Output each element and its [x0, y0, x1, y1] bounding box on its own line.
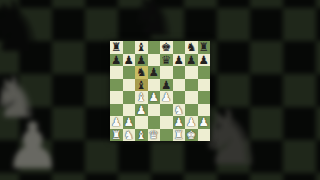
- square-g1[interactable]: ♚: [185, 129, 198, 142]
- white-pawn[interactable]: ♟: [198, 116, 211, 129]
- square-g6[interactable]: [185, 66, 198, 79]
- square-c6[interactable]: ♞: [135, 66, 148, 79]
- white-pawn[interactable]: ♟: [185, 116, 198, 129]
- white-pawn[interactable]: ♟: [123, 116, 136, 129]
- square-d6[interactable]: ♟: [148, 66, 161, 79]
- square-f8[interactable]: [173, 41, 186, 54]
- square-g2[interactable]: ♟: [185, 116, 198, 129]
- black-queen[interactable]: ♛: [160, 54, 173, 67]
- square-f5[interactable]: [173, 79, 186, 92]
- square-h6[interactable]: [198, 66, 211, 79]
- square-b6[interactable]: [123, 66, 136, 79]
- square-h8[interactable]: ♜: [198, 41, 211, 54]
- white-pawn[interactable]: ♟: [148, 91, 161, 104]
- square-h7[interactable]: ♟: [198, 54, 211, 67]
- black-rook[interactable]: ♜: [110, 41, 123, 54]
- white-bishop[interactable]: ♝: [135, 91, 148, 104]
- white-queen[interactable]: ♛: [148, 129, 161, 142]
- square-e1[interactable]: [160, 129, 173, 142]
- square-a4[interactable]: [110, 91, 123, 104]
- square-c8[interactable]: ♝: [135, 41, 148, 54]
- square-c4[interactable]: ♝: [135, 91, 148, 104]
- black-pawn[interactable]: ♟: [173, 54, 186, 67]
- square-g5[interactable]: [185, 79, 198, 92]
- square-a2[interactable]: ♟: [110, 116, 123, 129]
- video-frame: ♞♞♞♟♞ 543 ♜♝♚♞♜♟♟♟♛♟♟♟♞♟♝♟♝♟♟♟♞♟♟♟♟♟♜♞♝♛…: [0, 0, 320, 180]
- black-pawn[interactable]: ♟: [123, 54, 136, 67]
- square-d4[interactable]: ♟: [148, 91, 161, 104]
- square-h1[interactable]: [198, 129, 211, 142]
- square-c1[interactable]: ♝: [135, 129, 148, 142]
- square-g8[interactable]: ♞: [185, 41, 198, 54]
- square-h2[interactable]: ♟: [198, 116, 211, 129]
- square-a5[interactable]: [110, 79, 123, 92]
- black-pawn[interactable]: ♟: [198, 54, 211, 67]
- white-bishop[interactable]: ♝: [135, 129, 148, 142]
- square-e6[interactable]: [160, 66, 173, 79]
- black-pawn[interactable]: ♟: [148, 66, 161, 79]
- square-e4[interactable]: ♟: [160, 91, 173, 104]
- square-a8[interactable]: ♜: [110, 41, 123, 54]
- black-knight[interactable]: ♞: [135, 66, 148, 79]
- square-e8[interactable]: ♚: [160, 41, 173, 54]
- square-d1[interactable]: ♛: [148, 129, 161, 142]
- square-a6[interactable]: [110, 66, 123, 79]
- square-f1[interactable]: ♜: [173, 129, 186, 142]
- square-e3[interactable]: [160, 104, 173, 117]
- square-e2[interactable]: [160, 116, 173, 129]
- black-rook[interactable]: ♜: [198, 41, 211, 54]
- square-d3[interactable]: [148, 104, 161, 117]
- square-f6[interactable]: [173, 66, 186, 79]
- square-b7[interactable]: ♟: [123, 54, 136, 67]
- white-knight[interactable]: ♞: [123, 129, 136, 142]
- square-g4[interactable]: [185, 91, 198, 104]
- black-king[interactable]: ♚: [160, 41, 173, 54]
- white-pawn[interactable]: ♟: [173, 116, 186, 129]
- black-pawn[interactable]: ♟: [185, 54, 198, 67]
- square-d2[interactable]: [148, 116, 161, 129]
- square-g7[interactable]: ♟: [185, 54, 198, 67]
- square-f4[interactable]: [173, 91, 186, 104]
- white-king[interactable]: ♚: [185, 129, 198, 142]
- square-h5[interactable]: [198, 79, 211, 92]
- square-b8[interactable]: [123, 41, 136, 54]
- white-rook[interactable]: ♜: [173, 129, 186, 142]
- white-pawn[interactable]: ♟: [110, 116, 123, 129]
- white-pawn[interactable]: ♟: [160, 91, 173, 104]
- black-pawn[interactable]: ♟: [110, 54, 123, 67]
- square-h4[interactable]: [198, 91, 211, 104]
- black-bishop[interactable]: ♝: [135, 41, 148, 54]
- white-rook[interactable]: ♜: [110, 129, 123, 142]
- square-d8[interactable]: [148, 41, 161, 54]
- square-e7[interactable]: ♛: [160, 54, 173, 67]
- square-b2[interactable]: ♟: [123, 116, 136, 129]
- square-b1[interactable]: ♞: [123, 129, 136, 142]
- square-f2[interactable]: ♟: [173, 116, 186, 129]
- square-a1[interactable]: ♜: [110, 129, 123, 142]
- square-b5[interactable]: [123, 79, 136, 92]
- square-c3[interactable]: ♟: [135, 104, 148, 117]
- square-b4[interactable]: [123, 91, 136, 104]
- chess-board[interactable]: ♜♝♚♞♜♟♟♟♛♟♟♟♞♟♝♟♝♟♟♟♞♟♟♟♟♟♜♞♝♛♜♚: [110, 41, 210, 141]
- square-a7[interactable]: ♟: [110, 54, 123, 67]
- square-f7[interactable]: ♟: [173, 54, 186, 67]
- black-knight[interactable]: ♞: [185, 41, 198, 54]
- square-c2[interactable]: [135, 116, 148, 129]
- white-pawn[interactable]: ♟: [135, 104, 148, 117]
